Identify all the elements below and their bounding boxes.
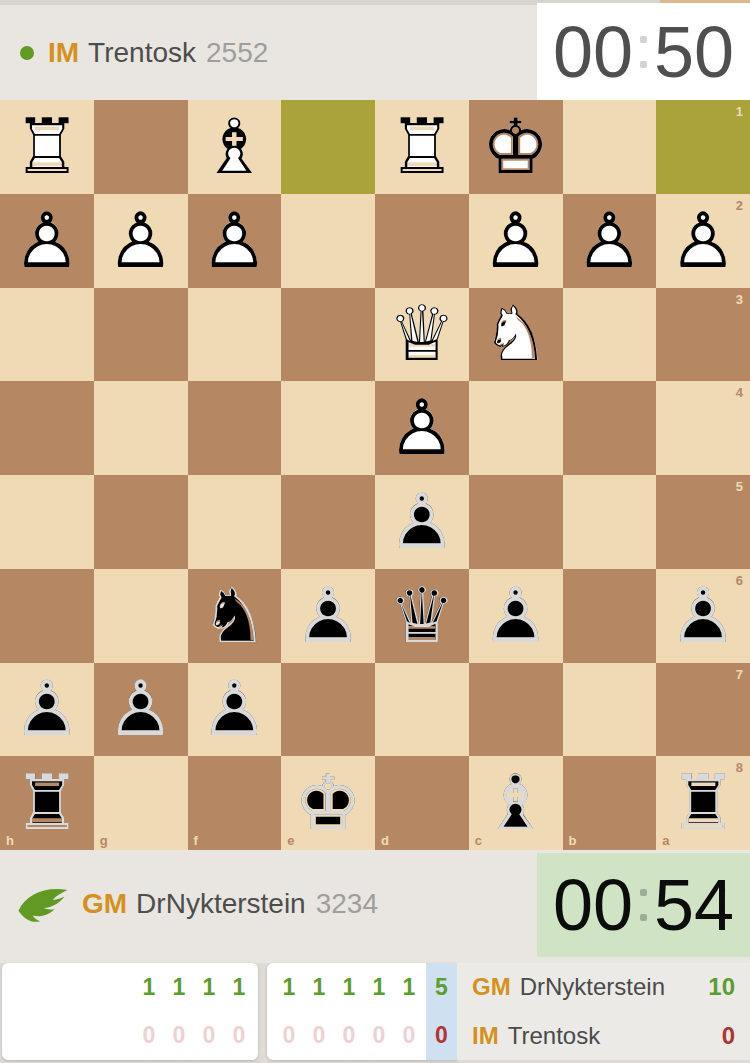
square-a7[interactable]: 7 bbox=[656, 663, 750, 757]
square-b2[interactable]: ♟♙ bbox=[563, 194, 657, 288]
white-bishop[interactable]: ♝♗ bbox=[200, 109, 268, 185]
bottom-player-bar[interactable]: GM DrNykterstein 3234 bbox=[0, 850, 553, 957]
top-player-name: Trentosk bbox=[88, 37, 196, 69]
white-pawn[interactable]: ♟♙ bbox=[388, 390, 456, 466]
black-pawn[interactable]: ♟♙ bbox=[107, 671, 175, 747]
white-rook[interactable]: ♜♖ bbox=[388, 109, 456, 185]
top-player-title: IM bbox=[48, 37, 79, 69]
rank-label-3: 3 bbox=[736, 293, 743, 306]
white-knight[interactable]: ♞♘ bbox=[482, 296, 550, 372]
square-h7[interactable]: ♟♙ bbox=[0, 663, 94, 757]
white-pawn[interactable]: ♟♙ bbox=[482, 203, 550, 279]
square-g1[interactable] bbox=[94, 100, 188, 194]
square-g3[interactable] bbox=[94, 288, 188, 382]
result-cell: 1 bbox=[194, 974, 224, 1001]
square-f5[interactable] bbox=[188, 475, 282, 569]
file-label-d: d bbox=[381, 834, 389, 847]
black-pawn[interactable]: ♟♙ bbox=[669, 578, 737, 654]
square-d3[interactable]: ♛♕ bbox=[375, 288, 469, 382]
black-pawn[interactable]: ♟♙ bbox=[294, 578, 362, 654]
square-c3[interactable]: ♞♘ bbox=[469, 288, 563, 382]
square-d6[interactable]: ♛♕ bbox=[375, 569, 469, 663]
square-e1[interactable] bbox=[281, 100, 375, 194]
square-f3[interactable] bbox=[188, 288, 282, 382]
clock-colon bbox=[640, 36, 647, 68]
top-player-rating: 2552 bbox=[206, 37, 268, 69]
black-rook[interactable]: ♜♖ bbox=[13, 765, 81, 841]
bottom-player-rating: 3234 bbox=[316, 888, 378, 920]
square-e2[interactable] bbox=[281, 194, 375, 288]
square-h5[interactable] bbox=[0, 475, 94, 569]
square-a6[interactable]: 6♟♙ bbox=[656, 569, 750, 663]
square-c6[interactable]: ♟♙ bbox=[469, 569, 563, 663]
square-c4[interactable] bbox=[469, 381, 563, 475]
result-cell: 1 bbox=[164, 974, 194, 1001]
square-b7[interactable] bbox=[563, 663, 657, 757]
square-h2[interactable]: ♟♙ bbox=[0, 194, 94, 288]
white-rook[interactable]: ♜♖ bbox=[13, 109, 81, 185]
chess-board[interactable]: ♜♖♝♗♜♖♚♔1♟♙♟♙♟♙♟♙♟♙2♟♙♛♕♞♘3♟♙4♟♙5♞♘♟♙♛♕♟… bbox=[0, 100, 750, 850]
clock-seconds: 54 bbox=[654, 864, 734, 946]
white-queen[interactable]: ♛♕ bbox=[388, 296, 456, 372]
totals-row-trailer: IM Trentosk 0 bbox=[457, 1012, 750, 1061]
square-h8[interactable]: h♜♖ bbox=[0, 756, 94, 850]
square-f2[interactable]: ♟♙ bbox=[188, 194, 282, 288]
square-d7[interactable] bbox=[375, 663, 469, 757]
square-c8[interactable]: c♝♗ bbox=[469, 756, 563, 850]
rank-label-4: 4 bbox=[736, 386, 743, 399]
black-pawn[interactable]: ♟♙ bbox=[13, 671, 81, 747]
result-cell: 0 bbox=[394, 1022, 424, 1049]
black-pawn[interactable]: ♟♙ bbox=[388, 484, 456, 560]
totals-row-leader: GM DrNykterstein 10 bbox=[457, 963, 750, 1012]
result-cell: 0 bbox=[134, 1022, 164, 1049]
square-b8[interactable]: b bbox=[563, 756, 657, 850]
online-status-icon bbox=[20, 46, 34, 60]
square-a1[interactable]: 1 bbox=[656, 100, 750, 194]
square-g7[interactable]: ♟♙ bbox=[94, 663, 188, 757]
black-bishop[interactable]: ♝♗ bbox=[482, 765, 550, 841]
white-king[interactable]: ♚♔ bbox=[482, 109, 550, 185]
rank-label-7: 7 bbox=[736, 668, 743, 681]
square-c5[interactable] bbox=[469, 475, 563, 569]
result-cell: 0 bbox=[224, 1022, 254, 1049]
white-pawn[interactable]: ♟♙ bbox=[669, 203, 737, 279]
white-pawn[interactable]: ♟♙ bbox=[13, 203, 81, 279]
square-g8[interactable]: g bbox=[94, 756, 188, 850]
rank-label-5: 5 bbox=[736, 480, 743, 493]
square-e4[interactable] bbox=[281, 381, 375, 475]
file-label-b: b bbox=[569, 834, 577, 847]
white-pawn[interactable]: ♟♙ bbox=[200, 203, 268, 279]
square-f8[interactable]: f bbox=[188, 756, 282, 850]
clock-seconds: 50 bbox=[654, 11, 734, 93]
file-label-g: g bbox=[100, 834, 108, 847]
square-e6[interactable]: ♟♙ bbox=[281, 569, 375, 663]
lichess-tv-screen: IM Trentosk 2552 00 50 ♜♖♝♗♜♖♚♔1♟♙♟♙♟♙♟♙… bbox=[0, 0, 750, 1063]
current-game-bottom-value: 0 bbox=[426, 1012, 457, 1061]
square-h3[interactable] bbox=[0, 288, 94, 382]
white-pawn[interactable]: ♟♙ bbox=[575, 203, 643, 279]
black-queen[interactable]: ♛♕ bbox=[388, 578, 456, 654]
rank-label-1: 1 bbox=[736, 105, 743, 118]
result-cell: 0 bbox=[194, 1022, 224, 1049]
player-name: DrNykterstein bbox=[520, 973, 709, 1001]
square-a4[interactable]: 4 bbox=[656, 381, 750, 475]
square-h6[interactable] bbox=[0, 569, 94, 663]
square-c1[interactable]: ♚♔ bbox=[469, 100, 563, 194]
square-c7[interactable] bbox=[469, 663, 563, 757]
square-g5[interactable] bbox=[94, 475, 188, 569]
bottom-player-title: GM bbox=[82, 888, 127, 920]
current-game-column: 5 0 bbox=[426, 963, 457, 1060]
black-knight[interactable]: ♞♘ bbox=[200, 578, 268, 654]
square-g6[interactable] bbox=[94, 569, 188, 663]
player-title: IM bbox=[472, 1022, 499, 1050]
results-row-losses: 0000 bbox=[2, 1012, 258, 1061]
player-name: Trentosk bbox=[508, 1022, 722, 1050]
square-e3[interactable] bbox=[281, 288, 375, 382]
results-card-2: 11111 00000 5 0 bbox=[267, 963, 457, 1060]
results-row-wins: 1111 bbox=[2, 963, 258, 1012]
top-player-bar[interactable]: IM Trentosk 2552 bbox=[0, 5, 557, 100]
result-cell: 0 bbox=[304, 1022, 334, 1049]
square-g4[interactable] bbox=[94, 381, 188, 475]
result-cell: 1 bbox=[334, 974, 364, 1001]
square-d2[interactable] bbox=[375, 194, 469, 288]
file-label-f: f bbox=[194, 834, 198, 847]
result-cell: 0 bbox=[164, 1022, 194, 1049]
clock-colon bbox=[640, 889, 647, 921]
square-e5[interactable] bbox=[281, 475, 375, 569]
square-b3[interactable] bbox=[563, 288, 657, 382]
result-cell: 1 bbox=[134, 974, 164, 1001]
square-a3[interactable]: 3 bbox=[656, 288, 750, 382]
square-a2[interactable]: 2♟♙ bbox=[656, 194, 750, 288]
bottom-player-name: DrNykterstein bbox=[136, 888, 306, 920]
square-c2[interactable]: ♟♙ bbox=[469, 194, 563, 288]
square-b4[interactable] bbox=[563, 381, 657, 475]
player-total-score: 10 bbox=[708, 973, 735, 1001]
results-row-wins: 11111 bbox=[267, 963, 426, 1012]
top-player-clock: 00 50 bbox=[537, 3, 750, 100]
patron-wing-icon bbox=[16, 885, 70, 923]
result-cell: 1 bbox=[224, 974, 254, 1001]
square-d4[interactable]: ♟♙ bbox=[375, 381, 469, 475]
square-g2[interactable]: ♟♙ bbox=[94, 194, 188, 288]
square-b1[interactable] bbox=[563, 100, 657, 194]
result-cell: 0 bbox=[334, 1022, 364, 1049]
result-cell: 0 bbox=[274, 1022, 304, 1049]
black-rook[interactable]: ♜♖ bbox=[669, 765, 737, 841]
square-f7[interactable]: ♟♙ bbox=[188, 663, 282, 757]
result-cell: 1 bbox=[304, 974, 334, 1001]
square-b5[interactable] bbox=[563, 475, 657, 569]
player-total-score: 0 bbox=[722, 1022, 735, 1050]
black-pawn[interactable]: ♟♙ bbox=[482, 578, 550, 654]
square-d8[interactable]: d bbox=[375, 756, 469, 850]
black-pawn[interactable]: ♟♙ bbox=[200, 671, 268, 747]
clock-minutes: 00 bbox=[553, 11, 633, 93]
square-d5[interactable]: ♟♙ bbox=[375, 475, 469, 569]
result-cell: 1 bbox=[364, 974, 394, 1001]
square-d1[interactable]: ♜♖ bbox=[375, 100, 469, 194]
square-a8[interactable]: 8a♜♖ bbox=[656, 756, 750, 850]
white-pawn[interactable]: ♟♙ bbox=[107, 203, 175, 279]
square-b6[interactable] bbox=[563, 569, 657, 663]
current-game-top-value: 5 bbox=[426, 963, 457, 1012]
square-a5[interactable]: 5 bbox=[656, 475, 750, 569]
square-h4[interactable] bbox=[0, 381, 94, 475]
result-cell: 1 bbox=[394, 974, 424, 1001]
results-row-losses: 00000 bbox=[267, 1012, 426, 1061]
square-f4[interactable] bbox=[188, 381, 282, 475]
bottom-player-clock: 00 54 bbox=[537, 853, 750, 957]
totals-list: GM DrNykterstein 10 IM Trentosk 0 bbox=[457, 963, 750, 1060]
black-king[interactable]: ♚♔ bbox=[294, 765, 362, 841]
square-f6[interactable]: ♞♘ bbox=[188, 569, 282, 663]
square-e8[interactable]: e♚♔ bbox=[281, 756, 375, 850]
match-scoreboard: 1111 0000 11111 00000 5 0 GM DrNykterste… bbox=[0, 963, 750, 1063]
clock-minutes: 00 bbox=[553, 864, 633, 946]
result-cell: 0 bbox=[364, 1022, 394, 1049]
player-title: GM bbox=[472, 973, 511, 1001]
square-e7[interactable] bbox=[281, 663, 375, 757]
square-f1[interactable]: ♝♗ bbox=[188, 100, 282, 194]
square-h1[interactable]: ♜♖ bbox=[0, 100, 94, 194]
results-card-1: 1111 0000 bbox=[2, 963, 258, 1060]
result-cell: 1 bbox=[274, 974, 304, 1001]
